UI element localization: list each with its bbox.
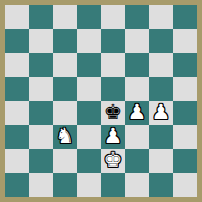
square-e7[interactable] — [101, 29, 125, 53]
square-d8[interactable] — [77, 5, 101, 29]
piece-white-pawn-g4[interactable]: ♟ — [152, 101, 171, 124]
square-e2[interactable]: ♚ — [101, 149, 125, 173]
square-h7[interactable] — [173, 29, 197, 53]
square-f7[interactable] — [125, 29, 149, 53]
square-a1[interactable] — [5, 173, 29, 197]
square-g7[interactable] — [149, 29, 173, 53]
square-d7[interactable] — [77, 29, 101, 53]
square-g6[interactable] — [149, 53, 173, 77]
square-b2[interactable] — [29, 149, 53, 173]
piece-white-pawn-e3[interactable]: ♟ — [104, 125, 123, 148]
square-h6[interactable] — [173, 53, 197, 77]
square-c7[interactable] — [53, 29, 77, 53]
square-h1[interactable] — [173, 173, 197, 197]
square-f3[interactable] — [125, 125, 149, 149]
square-f4[interactable]: ♟ — [125, 101, 149, 125]
square-a2[interactable] — [5, 149, 29, 173]
square-g4[interactable]: ♟ — [149, 101, 173, 125]
square-c5[interactable] — [53, 77, 77, 101]
square-c3[interactable]: ♞ — [53, 125, 77, 149]
square-e3[interactable]: ♟ — [101, 125, 125, 149]
square-a3[interactable] — [5, 125, 29, 149]
square-b8[interactable] — [29, 5, 53, 29]
piece-white-pawn-f4[interactable]: ♟ — [128, 101, 147, 124]
square-f1[interactable] — [125, 173, 149, 197]
square-h3[interactable] — [173, 125, 197, 149]
square-d6[interactable] — [77, 53, 101, 77]
square-g2[interactable] — [149, 149, 173, 173]
square-a8[interactable] — [5, 5, 29, 29]
square-b5[interactable] — [29, 77, 53, 101]
square-e4[interactable]: ♚ — [101, 101, 125, 125]
square-a4[interactable] — [5, 101, 29, 125]
square-c4[interactable] — [53, 101, 77, 125]
square-b7[interactable] — [29, 29, 53, 53]
square-f5[interactable] — [125, 77, 149, 101]
square-d4[interactable] — [77, 101, 101, 125]
square-c1[interactable] — [53, 173, 77, 197]
square-b3[interactable] — [29, 125, 53, 149]
chess-board: ♚♟♟♞♟♚ — [5, 5, 197, 197]
square-h8[interactable] — [173, 5, 197, 29]
square-g1[interactable] — [149, 173, 173, 197]
square-d2[interactable] — [77, 149, 101, 173]
square-g5[interactable] — [149, 77, 173, 101]
square-d1[interactable] — [77, 173, 101, 197]
square-e1[interactable] — [101, 173, 125, 197]
square-d5[interactable] — [77, 77, 101, 101]
square-c8[interactable] — [53, 5, 77, 29]
square-h4[interactable] — [173, 101, 197, 125]
board-border: ♚♟♟♞♟♚ — [0, 0, 202, 202]
square-b4[interactable] — [29, 101, 53, 125]
square-a6[interactable] — [5, 53, 29, 77]
square-c2[interactable] — [53, 149, 77, 173]
square-e6[interactable] — [101, 53, 125, 77]
square-e8[interactable] — [101, 5, 125, 29]
square-h5[interactable] — [173, 77, 197, 101]
square-g3[interactable] — [149, 125, 173, 149]
square-f6[interactable] — [125, 53, 149, 77]
square-e5[interactable] — [101, 77, 125, 101]
square-d3[interactable] — [77, 125, 101, 149]
piece-black-king-e4[interactable]: ♚ — [104, 101, 123, 124]
square-a5[interactable] — [5, 77, 29, 101]
square-h2[interactable] — [173, 149, 197, 173]
square-b6[interactable] — [29, 53, 53, 77]
piece-white-king-e2[interactable]: ♚ — [104, 149, 123, 172]
square-f2[interactable] — [125, 149, 149, 173]
square-a7[interactable] — [5, 29, 29, 53]
square-g8[interactable] — [149, 5, 173, 29]
square-c6[interactable] — [53, 53, 77, 77]
square-f8[interactable] — [125, 5, 149, 29]
square-b1[interactable] — [29, 173, 53, 197]
piece-white-knight-c3[interactable]: ♞ — [56, 125, 75, 148]
